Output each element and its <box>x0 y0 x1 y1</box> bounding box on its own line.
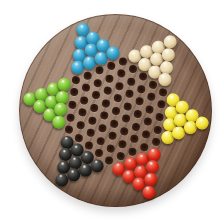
marble-green[interactable] <box>52 114 67 129</box>
chinese-checkers-board <box>19 14 212 207</box>
marble-cream[interactable] <box>162 34 177 49</box>
hole[interactable] <box>98 123 107 132</box>
hole[interactable] <box>128 64 137 73</box>
hole[interactable] <box>143 117 152 126</box>
hole[interactable] <box>64 125 73 134</box>
marble-blue[interactable] <box>105 46 120 61</box>
marble-red[interactable] <box>143 172 158 187</box>
hole[interactable] <box>116 69 125 78</box>
hole[interactable] <box>138 72 147 81</box>
hole[interactable] <box>127 146 136 155</box>
marble-yellow[interactable] <box>195 115 210 130</box>
hole[interactable] <box>109 118 118 127</box>
hole[interactable] <box>101 98 110 107</box>
hole[interactable] <box>114 81 123 90</box>
marble-black[interactable] <box>89 158 104 173</box>
hole[interactable] <box>81 83 90 92</box>
marble-green[interactable] <box>55 89 70 104</box>
marble-cream[interactable] <box>157 72 172 87</box>
hole[interactable] <box>104 156 113 165</box>
hole[interactable] <box>88 115 97 124</box>
scene <box>0 0 224 224</box>
hole[interactable] <box>151 137 160 146</box>
hole[interactable] <box>131 121 140 130</box>
hole[interactable] <box>76 120 85 129</box>
hole[interactable] <box>93 78 102 87</box>
hole[interactable] <box>68 100 77 109</box>
hole[interactable] <box>158 87 167 96</box>
hole[interactable] <box>83 70 92 79</box>
marble-cream[interactable] <box>160 47 175 62</box>
hole[interactable] <box>106 61 115 70</box>
hole[interactable] <box>96 136 105 145</box>
hole[interactable] <box>156 100 165 109</box>
hole[interactable] <box>103 86 112 95</box>
hole[interactable] <box>99 111 108 120</box>
hole[interactable] <box>133 109 142 118</box>
hole[interactable] <box>129 134 138 143</box>
hole[interactable] <box>79 95 88 104</box>
marble-red[interactable] <box>141 184 156 199</box>
hole[interactable] <box>111 106 120 115</box>
hole[interactable] <box>154 112 163 121</box>
hole[interactable] <box>141 129 150 138</box>
hole[interactable] <box>71 75 80 84</box>
hole[interactable] <box>105 73 114 82</box>
marble-cream[interactable] <box>158 59 173 74</box>
hole[interactable] <box>66 112 75 121</box>
marble-red[interactable] <box>144 159 159 174</box>
hole[interactable] <box>113 94 122 103</box>
marble-green[interactable] <box>57 77 72 92</box>
hole[interactable] <box>74 133 83 142</box>
hole[interactable] <box>70 87 79 96</box>
hole[interactable] <box>86 128 95 137</box>
hole[interactable] <box>134 97 143 106</box>
hole[interactable] <box>91 90 100 99</box>
hole[interactable] <box>152 125 161 134</box>
hole[interactable] <box>124 89 133 98</box>
hole[interactable] <box>116 151 125 160</box>
hole[interactable] <box>146 92 155 101</box>
hole[interactable] <box>117 139 126 148</box>
hole[interactable] <box>148 79 157 88</box>
hole[interactable] <box>89 103 98 112</box>
hole[interactable] <box>136 84 145 93</box>
marble-red[interactable] <box>146 147 161 162</box>
hole[interactable] <box>126 76 135 85</box>
hole[interactable] <box>123 101 132 110</box>
hole[interactable] <box>121 114 130 123</box>
hole[interactable] <box>106 143 115 152</box>
hole[interactable] <box>95 66 104 75</box>
marble-green[interactable] <box>53 102 68 117</box>
hole[interactable] <box>78 108 87 117</box>
hole[interactable] <box>107 131 116 140</box>
hole[interactable] <box>139 142 148 151</box>
hole[interactable] <box>84 140 93 149</box>
hole[interactable] <box>144 104 153 113</box>
hole[interactable] <box>119 126 128 135</box>
hole[interactable] <box>118 56 127 65</box>
hole[interactable] <box>94 148 103 157</box>
